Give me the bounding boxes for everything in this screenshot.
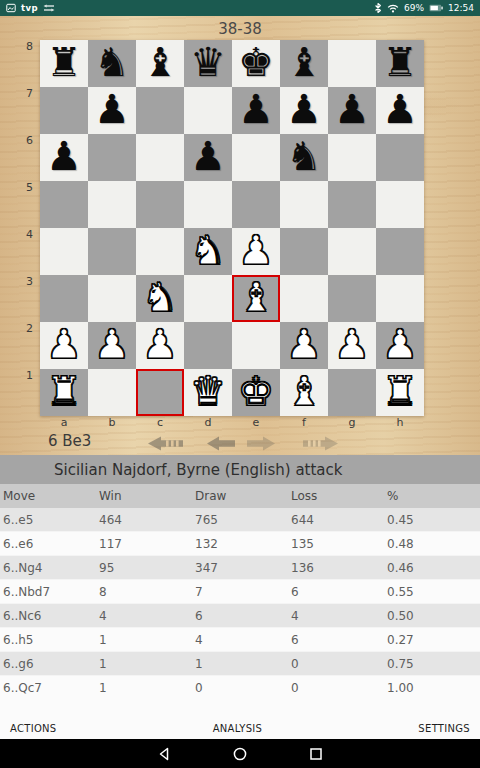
- file-label-b: b: [88, 416, 136, 430]
- backward-button[interactable]: [207, 435, 235, 455]
- clock: 12:54: [448, 3, 474, 13]
- square-b5[interactable]: [88, 181, 136, 228]
- white-bishop: ♝: [286, 368, 322, 415]
- file-label-c: c: [136, 416, 184, 430]
- file-label-f: f: [280, 416, 328, 430]
- square-h4[interactable]: [376, 228, 424, 275]
- square-f4[interactable]: [280, 228, 328, 275]
- draw-cell: 765: [192, 513, 288, 527]
- square-c8[interactable]: ♝: [136, 40, 184, 87]
- white-rook: ♜: [382, 368, 418, 415]
- battery-percent: 69%: [404, 3, 424, 13]
- square-g1[interactable]: [328, 369, 376, 416]
- image-icon: [6, 3, 16, 13]
- black-queen: ♛: [190, 39, 226, 86]
- square-d3[interactable]: [184, 275, 232, 322]
- pct-cell: 0.46: [384, 561, 480, 575]
- move-bar: 6 Be3: [0, 431, 480, 455]
- square-h1[interactable]: ♜: [376, 369, 424, 416]
- white-rook: ♜: [46, 368, 82, 415]
- black-pawn: ♟: [286, 86, 322, 133]
- data-transfer-icon: [43, 4, 55, 12]
- game-area: 38-38 87654321 ♜♞♝♛♚♝♜♟♟♟♟♟♟♟♞♞♟♞♝♟♟♟♟♟♟…: [0, 16, 480, 455]
- square-a2[interactable]: ♟: [40, 322, 88, 369]
- draw-cell: 6: [192, 609, 288, 623]
- actions-button[interactable]: ACTIONS: [10, 723, 57, 734]
- square-f1[interactable]: ♝: [280, 369, 328, 416]
- square-d2[interactable]: [184, 322, 232, 369]
- win-cell: 1: [96, 657, 192, 671]
- square-g6[interactable]: [328, 134, 376, 181]
- pct-cell: 0.55: [384, 585, 480, 599]
- square-e5[interactable]: [232, 181, 280, 228]
- black-bishop: ♝: [142, 39, 178, 86]
- white-pawn: ♟: [334, 321, 370, 368]
- white-knight: ♞: [142, 274, 178, 321]
- table-header: Move Win Draw Loss %: [0, 484, 480, 508]
- draw-cell: 7: [192, 585, 288, 599]
- white-pawn: ♟: [142, 321, 178, 368]
- battery-icon: [429, 4, 443, 12]
- square-c2[interactable]: ♟: [136, 322, 184, 369]
- loss-cell: 4: [288, 609, 384, 623]
- move-cell: 6..g6: [0, 657, 96, 671]
- pct-cell: 0.27: [384, 633, 480, 647]
- win-cell: 464: [96, 513, 192, 527]
- square-e4[interactable]: ♟: [232, 228, 280, 275]
- square-a4[interactable]: [40, 228, 88, 275]
- fast-forward-button[interactable]: [300, 435, 338, 455]
- wifi-icon: [387, 3, 399, 13]
- black-king: ♚: [238, 39, 274, 86]
- draw-cell: 132: [192, 537, 288, 551]
- square-c6[interactable]: [136, 134, 184, 181]
- loss-cell: 0: [288, 657, 384, 671]
- column-header-draw: Draw: [192, 489, 288, 503]
- loss-cell: 6: [288, 585, 384, 599]
- file-labels: abcdefgh: [40, 416, 424, 430]
- rank-label-5: 5: [0, 181, 40, 228]
- black-pawn: ♟: [382, 86, 418, 133]
- moves-table: 6..e54647656440.456..e61171321350.486..N…: [0, 508, 480, 700]
- square-e3[interactable]: ♝: [232, 275, 280, 322]
- win-cell: 117: [96, 537, 192, 551]
- square-e2[interactable]: [232, 322, 280, 369]
- rank-label-4: 4: [0, 228, 40, 275]
- square-a7[interactable]: [40, 87, 88, 134]
- white-bishop: ♝: [238, 274, 274, 321]
- white-king: ♚: [238, 368, 274, 415]
- square-b2[interactable]: ♟: [88, 322, 136, 369]
- square-b3[interactable]: [88, 275, 136, 322]
- black-rook: ♜: [46, 39, 82, 86]
- rank-labels: 87654321: [0, 40, 40, 416]
- pct-cell: 0.48: [384, 537, 480, 551]
- table-row[interactable]: 6..h51460.27: [0, 628, 480, 652]
- white-pawn: ♟: [286, 321, 322, 368]
- square-a8[interactable]: ♜: [40, 40, 88, 87]
- move-cell: 6..Nc6: [0, 609, 96, 623]
- forward-button[interactable]: [247, 435, 275, 455]
- square-e7[interactable]: ♟: [232, 87, 280, 134]
- black-bishop: ♝: [286, 39, 322, 86]
- square-d5[interactable]: [184, 181, 232, 228]
- square-e8[interactable]: ♚: [232, 40, 280, 87]
- current-move-label: 6 Be3: [48, 432, 91, 450]
- white-pawn: ♟: [238, 227, 274, 274]
- square-h7[interactable]: ♟: [376, 87, 424, 134]
- loss-cell: 6: [288, 633, 384, 647]
- draw-cell: 1: [192, 657, 288, 671]
- win-cell: 1: [96, 681, 192, 695]
- bottom-action-bar: ACTIONS ANALYSIS SETTINGS: [0, 699, 480, 739]
- square-b1[interactable]: [88, 369, 136, 416]
- square-g3[interactable]: [328, 275, 376, 322]
- rank-label-8: 8: [0, 40, 40, 87]
- square-b6[interactable]: [88, 134, 136, 181]
- back-icon[interactable]: [157, 747, 171, 761]
- draw-cell: 4: [192, 633, 288, 647]
- column-header-pct: %: [384, 489, 480, 503]
- carrier-label: tvp: [21, 3, 38, 13]
- square-f7[interactable]: ♟: [280, 87, 328, 134]
- black-knight: ♞: [286, 133, 322, 180]
- draw-cell: 0: [192, 681, 288, 695]
- square-a1[interactable]: ♜: [40, 369, 88, 416]
- square-b4[interactable]: [88, 228, 136, 275]
- draw-cell: 347: [192, 561, 288, 575]
- pct-cell: 0.50: [384, 609, 480, 623]
- move-cell: 6..Ng4: [0, 561, 96, 575]
- white-queen: ♛: [190, 368, 226, 415]
- black-pawn: ♟: [238, 86, 274, 133]
- square-a5[interactable]: [40, 181, 88, 228]
- home-icon[interactable]: [233, 747, 247, 761]
- square-a6[interactable]: ♟: [40, 134, 88, 181]
- square-d6[interactable]: ♟: [184, 134, 232, 181]
- rank-label-6: 6: [0, 134, 40, 181]
- pct-cell: 0.75: [384, 657, 480, 671]
- opening-band: Sicilian Najdorf, Byrne (English) attack: [0, 455, 480, 484]
- square-c3[interactable]: ♞: [136, 275, 184, 322]
- square-d7[interactable]: [184, 87, 232, 134]
- file-label-g: g: [328, 416, 376, 430]
- loss-cell: 135: [288, 537, 384, 551]
- black-rook: ♜: [382, 39, 418, 86]
- square-d8[interactable]: ♛: [184, 40, 232, 87]
- bluetooth-icon: [374, 2, 382, 14]
- black-pawn: ♟: [46, 133, 82, 180]
- square-h5[interactable]: [376, 181, 424, 228]
- table-row[interactable]: 6..e54647656440.45: [0, 508, 480, 532]
- settings-button[interactable]: SETTINGS: [418, 723, 470, 734]
- square-g2[interactable]: ♟: [328, 322, 376, 369]
- square-g5[interactable]: [328, 181, 376, 228]
- square-g4[interactable]: [328, 228, 376, 275]
- square-c5[interactable]: [136, 181, 184, 228]
- column-header-move: Move: [0, 489, 96, 503]
- file-label-h: h: [376, 416, 424, 430]
- square-h2[interactable]: ♟: [376, 322, 424, 369]
- square-c1[interactable]: [136, 369, 184, 416]
- move-cell: 6..h5: [0, 633, 96, 647]
- file-label-a: a: [40, 416, 88, 430]
- square-f2[interactable]: ♟: [280, 322, 328, 369]
- table-row[interactable]: 6..Qc71001.00: [0, 676, 480, 700]
- square-f3[interactable]: [280, 275, 328, 322]
- square-h3[interactable]: [376, 275, 424, 322]
- rank-label-2: 2: [0, 322, 40, 369]
- black-knight: ♞: [94, 39, 130, 86]
- win-cell: 8: [96, 585, 192, 599]
- square-g7[interactable]: ♟: [328, 87, 376, 134]
- win-cell: 95: [96, 561, 192, 575]
- square-f8[interactable]: ♝: [280, 40, 328, 87]
- square-f6[interactable]: ♞: [280, 134, 328, 181]
- square-b8[interactable]: ♞: [88, 40, 136, 87]
- loss-cell: 136: [288, 561, 384, 575]
- square-e6[interactable]: [232, 134, 280, 181]
- pct-cell: 1.00: [384, 681, 480, 695]
- white-pawn: ♟: [46, 321, 82, 368]
- win-cell: 1: [96, 633, 192, 647]
- square-g8[interactable]: [328, 40, 376, 87]
- square-d4[interactable]: ♞: [184, 228, 232, 275]
- file-label-e: e: [232, 416, 280, 430]
- table-row[interactable]: 6..e61171321350.48: [0, 532, 480, 556]
- pct-cell: 0.45: [384, 513, 480, 527]
- square-h6[interactable]: [376, 134, 424, 181]
- rank-label-3: 3: [0, 275, 40, 322]
- square-d1[interactable]: ♛: [184, 369, 232, 416]
- black-pawn: ♟: [94, 86, 130, 133]
- square-h8[interactable]: ♜: [376, 40, 424, 87]
- status-bar: tvp 69% 12:54: [0, 0, 480, 16]
- recents-icon[interactable]: [309, 747, 323, 761]
- square-f5[interactable]: [280, 181, 328, 228]
- column-header-loss: Loss: [288, 489, 384, 503]
- black-pawn: ♟: [334, 86, 370, 133]
- move-cell: 6..e6: [0, 537, 96, 551]
- opening-name: Sicilian Najdorf, Byrne (English) attack: [0, 461, 342, 479]
- white-pawn: ♟: [382, 321, 418, 368]
- column-header-win: Win: [96, 489, 192, 503]
- android-nav-bar: [0, 739, 480, 768]
- square-c4[interactable]: [136, 228, 184, 275]
- rank-label-7: 7: [0, 87, 40, 134]
- win-cell: 4: [96, 609, 192, 623]
- board-zone: 87654321 ♜♞♝♛♚♝♜♟♟♟♟♟♟♟♞♞♟♞♝♟♟♟♟♟♟♜♛♚♝♜ …: [0, 40, 480, 430]
- table-row[interactable]: 6..g61100.75: [0, 652, 480, 676]
- black-pawn: ♟: [190, 133, 226, 180]
- square-a3[interactable]: [40, 275, 88, 322]
- screen: tvp 69% 12:54 38-38 87654321 ♜♞♝♛♚♝♜♟♟♟♟…: [0, 0, 480, 768]
- table-row[interactable]: 6..Ng4953471360.46: [0, 556, 480, 580]
- analysis-button[interactable]: ANALYSIS: [213, 723, 263, 734]
- file-label-d: d: [184, 416, 232, 430]
- square-b7[interactable]: ♟: [88, 87, 136, 134]
- square-e1[interactable]: ♚: [232, 369, 280, 416]
- loss-cell: 0: [288, 681, 384, 695]
- board: ♜♞♝♛♚♝♜♟♟♟♟♟♟♟♞♞♟♞♝♟♟♟♟♟♟♜♛♚♝♜: [40, 40, 424, 416]
- white-pawn: ♟: [94, 321, 130, 368]
- move-cell: 6..Nbd7: [0, 585, 96, 599]
- table-row[interactable]: 6..Nc64640.50: [0, 604, 480, 628]
- move-cell: 6..e5: [0, 513, 96, 527]
- fast-backward-button[interactable]: [148, 435, 186, 455]
- move-cell: 6..Qc7: [0, 681, 96, 695]
- loss-cell: 644: [288, 513, 384, 527]
- square-c7[interactable]: [136, 87, 184, 134]
- white-knight: ♞: [190, 227, 226, 274]
- page-title: 38-38: [0, 16, 480, 38]
- table-row[interactable]: 6..Nbd78760.55: [0, 580, 480, 604]
- rank-label-1: 1: [0, 369, 40, 416]
